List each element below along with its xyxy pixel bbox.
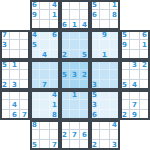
void-corner <box>140 10 150 20</box>
cell[interactable] <box>110 90 120 100</box>
cell[interactable]: 8 <box>110 10 120 20</box>
cell[interactable] <box>60 120 70 130</box>
void-corner <box>20 10 30 20</box>
cell[interactable] <box>60 110 70 120</box>
cell[interactable] <box>50 20 60 30</box>
cell[interactable] <box>90 30 100 40</box>
cell[interactable] <box>100 40 110 50</box>
cell[interactable] <box>50 40 60 50</box>
cell[interactable]: 2 <box>0 80 10 90</box>
cell[interactable]: 1 <box>100 50 110 60</box>
cell[interactable]: 3 <box>10 80 20 90</box>
cell[interactable]: 7 <box>70 130 80 140</box>
cell[interactable]: 5 <box>60 70 70 80</box>
cell[interactable]: 5 <box>90 90 100 100</box>
cell[interactable] <box>80 10 90 20</box>
cell[interactable]: 6 <box>140 30 150 40</box>
cell[interactable] <box>140 50 150 60</box>
cell[interactable] <box>120 100 130 110</box>
cell[interactable]: 4 <box>50 0 60 10</box>
cell[interactable] <box>40 130 50 140</box>
cell[interactable] <box>100 80 110 90</box>
cell[interactable] <box>40 90 50 100</box>
cell[interactable]: 6 <box>10 110 20 120</box>
void-corner <box>140 0 150 10</box>
cell[interactable] <box>100 130 110 140</box>
cell[interactable]: 4 <box>50 90 60 100</box>
cell[interactable]: 4 <box>40 50 50 60</box>
cell[interactable]: 1 <box>140 40 150 50</box>
cell[interactable] <box>70 60 80 70</box>
cell[interactable] <box>60 0 70 10</box>
cell[interactable] <box>130 70 140 80</box>
cell[interactable] <box>110 70 120 80</box>
void-corner <box>10 130 20 140</box>
cell[interactable]: 7 <box>50 140 60 150</box>
flower-sudoku-app: 6451916861474695635914251513253223735441… <box>0 0 150 150</box>
cell[interactable] <box>40 30 50 40</box>
cell[interactable] <box>100 100 110 110</box>
cell[interactable] <box>20 60 30 70</box>
cell[interactable]: 2 <box>120 110 130 120</box>
cell[interactable] <box>80 110 90 120</box>
cell[interactable]: 2 <box>90 140 100 150</box>
cell[interactable] <box>110 30 120 40</box>
cell[interactable]: 1 <box>10 60 20 70</box>
cell[interactable] <box>70 120 80 130</box>
void-corner <box>20 130 30 140</box>
cell[interactable] <box>30 50 40 60</box>
cell[interactable] <box>40 110 50 120</box>
void-corner <box>140 140 150 150</box>
cell[interactable] <box>110 130 120 140</box>
void-corner <box>120 0 130 10</box>
void-corner <box>20 140 30 150</box>
cell[interactable] <box>50 60 60 70</box>
cell[interactable]: 9 <box>130 110 140 120</box>
cell[interactable] <box>80 140 90 150</box>
void-corner <box>120 20 130 30</box>
cell[interactable] <box>0 50 10 60</box>
cell[interactable] <box>100 10 110 20</box>
cell[interactable] <box>20 80 30 90</box>
cell[interactable] <box>30 100 40 110</box>
cell[interactable] <box>0 110 10 120</box>
void-corner <box>130 10 140 20</box>
cell[interactable]: 2 <box>80 70 90 80</box>
cell[interactable] <box>140 90 150 100</box>
void-corner <box>0 120 10 130</box>
cell[interactable]: 5 <box>0 60 10 70</box>
cell[interactable]: 8 <box>30 120 40 130</box>
cell[interactable] <box>140 80 150 90</box>
void-corner <box>120 10 130 20</box>
cell[interactable] <box>120 60 130 70</box>
cell[interactable] <box>40 120 50 130</box>
cell[interactable] <box>100 60 110 70</box>
cell[interactable]: 5 <box>30 40 40 50</box>
cell[interactable] <box>20 40 30 50</box>
cell[interactable]: 4 <box>130 80 140 90</box>
cell[interactable] <box>40 10 50 20</box>
cell[interactable]: 6 <box>90 10 100 20</box>
cell[interactable] <box>20 70 30 80</box>
void-corner <box>130 140 140 150</box>
cell[interactable] <box>50 70 60 80</box>
cell[interactable]: 6 <box>90 110 100 120</box>
void-corner <box>0 20 10 30</box>
cell[interactable] <box>40 60 50 70</box>
cell[interactable]: 6 <box>30 0 40 10</box>
cell[interactable] <box>110 80 120 90</box>
cell[interactable] <box>70 30 80 40</box>
cell[interactable] <box>110 100 120 110</box>
cell[interactable] <box>130 50 140 60</box>
void-corner <box>10 20 20 30</box>
void-corner <box>10 10 20 20</box>
cell[interactable] <box>90 120 100 130</box>
cell[interactable]: 3 <box>110 140 120 150</box>
cell[interactable] <box>80 0 90 10</box>
void-corner <box>0 10 10 20</box>
cell[interactable] <box>30 80 40 90</box>
cell[interactable] <box>100 0 110 10</box>
void-corner <box>120 130 130 140</box>
cell[interactable] <box>80 120 90 130</box>
cell[interactable]: 5 <box>120 80 130 90</box>
cell[interactable] <box>90 40 100 50</box>
cell[interactable]: 5 <box>90 0 100 10</box>
cell[interactable]: 2 <box>140 60 150 70</box>
cell[interactable] <box>40 40 50 50</box>
cell[interactable] <box>100 110 110 120</box>
cell[interactable] <box>80 80 90 90</box>
cell[interactable] <box>140 100 150 110</box>
cell[interactable] <box>70 50 80 60</box>
cell[interactable]: 2 <box>60 50 70 60</box>
cell[interactable] <box>110 40 120 50</box>
cell[interactable] <box>110 20 120 30</box>
cell[interactable] <box>0 70 10 80</box>
cell[interactable] <box>70 80 80 90</box>
cell[interactable]: 4 <box>80 20 90 30</box>
cell[interactable]: 4 <box>110 120 120 130</box>
void-corner <box>0 140 10 150</box>
cell[interactable] <box>40 70 50 80</box>
void-corner <box>140 130 150 140</box>
cell[interactable]: 9 <box>100 30 110 40</box>
cell[interactable] <box>70 40 80 50</box>
cell[interactable]: 1 <box>50 10 60 20</box>
cell[interactable]: 5 <box>30 140 40 150</box>
cell[interactable]: 7 <box>40 80 50 90</box>
cell[interactable] <box>100 140 110 150</box>
cell[interactable]: 6 <box>60 20 70 30</box>
cell[interactable]: 1 <box>50 100 60 110</box>
cell[interactable] <box>0 100 10 110</box>
cell[interactable] <box>50 130 60 140</box>
void-corner <box>20 20 30 30</box>
cell[interactable]: 6 <box>80 130 90 140</box>
cell[interactable] <box>100 20 110 30</box>
cell[interactable] <box>10 90 20 100</box>
cell[interactable] <box>60 60 70 70</box>
void-corner <box>20 120 30 130</box>
void-corner <box>10 0 20 10</box>
cell[interactable]: 1 <box>70 20 80 30</box>
cell[interactable] <box>30 20 40 30</box>
cell[interactable] <box>40 100 50 110</box>
cell[interactable] <box>70 140 80 150</box>
cell[interactable]: 7 <box>0 30 10 40</box>
cell[interactable] <box>110 110 120 120</box>
cell[interactable] <box>120 50 130 60</box>
cell[interactable]: 3 <box>130 60 140 70</box>
void-corner <box>10 120 20 130</box>
cell[interactable] <box>130 90 140 100</box>
cell[interactable] <box>10 30 20 40</box>
cell[interactable] <box>80 60 90 70</box>
cell[interactable] <box>120 70 130 80</box>
cell[interactable] <box>30 90 40 100</box>
cell[interactable]: 7 <box>130 100 140 110</box>
cell[interactable] <box>80 90 90 100</box>
cell[interactable] <box>20 30 30 40</box>
cell[interactable] <box>140 110 150 120</box>
cell[interactable] <box>70 110 80 120</box>
cell[interactable] <box>110 50 120 60</box>
cell[interactable] <box>100 90 110 100</box>
cell[interactable] <box>0 90 10 100</box>
cell[interactable] <box>90 130 100 140</box>
cell[interactable] <box>130 40 140 50</box>
cell[interactable] <box>30 60 40 70</box>
cell[interactable]: 1 <box>110 0 120 10</box>
cell[interactable] <box>140 70 150 80</box>
cell[interactable] <box>80 30 90 40</box>
cell[interactable] <box>70 100 80 110</box>
cell[interactable] <box>60 100 70 110</box>
cell[interactable] <box>40 140 50 150</box>
cell[interactable]: 5 <box>120 30 130 40</box>
cell[interactable] <box>50 120 60 130</box>
cell[interactable]: 3 <box>90 100 100 110</box>
cell[interactable] <box>70 0 80 10</box>
cell[interactable] <box>90 50 100 60</box>
cell[interactable] <box>40 0 50 10</box>
void-corner <box>0 0 10 10</box>
cell[interactable] <box>100 70 110 80</box>
cell[interactable] <box>80 40 90 50</box>
cell[interactable] <box>130 30 140 40</box>
void-corner <box>120 120 130 130</box>
cell[interactable]: 2 <box>60 130 70 140</box>
cell[interactable] <box>60 30 70 40</box>
void-corner <box>130 20 140 30</box>
cell[interactable] <box>70 10 80 20</box>
void-corner <box>0 130 10 140</box>
cell[interactable] <box>60 40 70 50</box>
cell[interactable] <box>100 120 110 130</box>
cell[interactable]: 3 <box>70 70 80 80</box>
cell[interactable] <box>30 110 40 120</box>
cell[interactable]: 6 <box>50 30 60 40</box>
cell[interactable] <box>30 130 40 140</box>
cell[interactable] <box>90 70 100 80</box>
cell[interactable] <box>20 90 30 100</box>
void-corner <box>130 130 140 140</box>
cell[interactable] <box>10 70 20 80</box>
cell[interactable]: 1 <box>70 90 80 100</box>
cell[interactable] <box>20 50 30 60</box>
cell[interactable]: 3 <box>90 80 100 90</box>
cell[interactable] <box>60 10 70 20</box>
cell[interactable] <box>50 50 60 60</box>
cell[interactable] <box>60 90 70 100</box>
cell[interactable]: 3 <box>0 40 10 50</box>
cell[interactable] <box>60 140 70 150</box>
cell[interactable]: 9 <box>120 40 130 50</box>
cell[interactable] <box>10 40 20 50</box>
cell[interactable] <box>20 100 30 110</box>
void-corner <box>130 0 140 10</box>
cell[interactable]: 4 <box>10 100 20 110</box>
cell[interactable] <box>90 60 100 70</box>
void-corner <box>10 140 20 150</box>
flower-sudoku-board: 6451916861474695635914251513253223735441… <box>0 0 150 150</box>
void-corner <box>140 120 150 130</box>
cell[interactable]: 8 <box>50 110 60 120</box>
void-corner <box>130 120 140 130</box>
cell[interactable] <box>10 50 20 60</box>
cell[interactable] <box>60 80 70 90</box>
cell[interactable]: 7 <box>20 110 30 120</box>
cell[interactable]: 9 <box>30 10 40 20</box>
void-corner <box>140 20 150 30</box>
cell[interactable] <box>50 80 60 90</box>
cell[interactable] <box>90 20 100 30</box>
cell[interactable] <box>30 70 40 80</box>
void-corner <box>120 140 130 150</box>
void-corner <box>20 0 30 10</box>
cell[interactable] <box>80 100 90 110</box>
cell[interactable] <box>120 90 130 100</box>
cell[interactable] <box>110 60 120 70</box>
cell[interactable]: 5 <box>80 50 90 60</box>
cell[interactable] <box>40 20 50 30</box>
cell[interactable]: 4 <box>30 30 40 40</box>
